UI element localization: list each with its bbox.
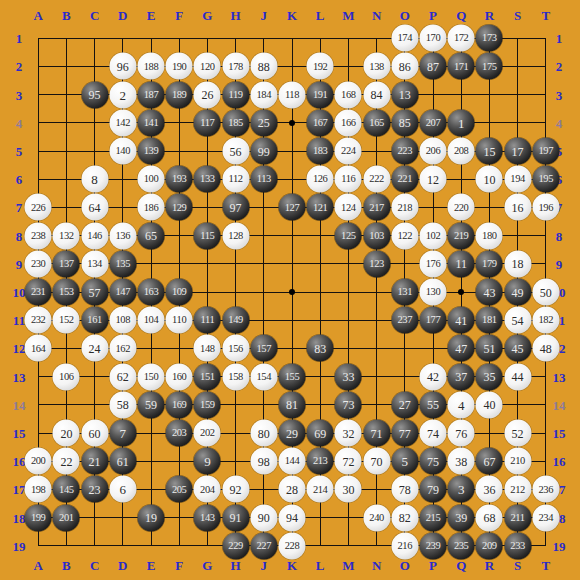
go-stone-black[interactable]: 229: [222, 532, 249, 559]
go-stone-white[interactable]: 40: [476, 391, 503, 418]
go-stone-white[interactable]: 42: [420, 363, 447, 390]
go-stone-white[interactable]: 18: [504, 250, 531, 277]
go-stone-white[interactable]: 54: [504, 307, 531, 334]
go-stone-black[interactable]: 47: [448, 335, 475, 362]
go-stone-black[interactable]: 95: [81, 81, 108, 108]
column-label-bottom: H: [231, 559, 241, 572]
go-stone-white[interactable]: 56: [222, 138, 249, 165]
go-stone-black[interactable]: 215: [420, 504, 447, 531]
go-stone-black[interactable]: 109: [166, 279, 193, 306]
stone-move-number: 186: [144, 202, 159, 213]
go-stone-black[interactable]: 43: [476, 279, 503, 306]
go-stone-white[interactable]: 70: [363, 448, 390, 475]
go-stone-black[interactable]: 173: [476, 25, 503, 52]
go-stone-white[interactable]: 102: [420, 222, 447, 249]
go-stone-black[interactable]: 155: [279, 363, 306, 390]
stone-move-number: 65: [145, 230, 157, 242]
go-stone-black[interactable]: 17: [504, 138, 531, 165]
stone-move-number: 172: [454, 33, 469, 44]
go-stone-white[interactable]: 172: [448, 25, 475, 52]
stone-move-number: 210: [510, 456, 525, 467]
go-stone-white[interactable]: 230: [25, 250, 52, 277]
go-stone-black[interactable]: 221: [391, 166, 418, 193]
go-stone-black[interactable]: 79: [420, 476, 447, 503]
column-label-top: P: [429, 9, 437, 22]
go-stone-white[interactable]: 226: [25, 194, 52, 221]
go-stone-black[interactable]: 179: [476, 250, 503, 277]
go-stone-white[interactable]: 218: [391, 194, 418, 221]
go-stone-white[interactable]: 160: [166, 363, 193, 390]
go-stone-white[interactable]: 234: [532, 504, 559, 531]
go-stone-black[interactable]: 169: [166, 391, 193, 418]
go-stone-white[interactable]: 28: [279, 476, 306, 503]
go-stone-black[interactable]: 157: [250, 335, 277, 362]
go-stone-white[interactable]: 220: [448, 194, 475, 221]
row-label-left: 4: [16, 116, 23, 129]
go-stone-black[interactable]: 19: [138, 504, 165, 531]
column-label-bottom: C: [90, 559, 99, 572]
go-stone-white[interactable]: 82: [391, 504, 418, 531]
go-stone-white[interactable]: 140: [109, 138, 136, 165]
go-stone-black[interactable]: 133: [194, 166, 221, 193]
go-stone-white[interactable]: 190: [166, 53, 193, 80]
go-stone-black[interactable]: 165: [363, 109, 390, 136]
go-stone-black[interactable]: 219: [448, 222, 475, 249]
go-stone-black[interactable]: 91: [222, 504, 249, 531]
stone-move-number: 116: [341, 174, 355, 185]
stone-move-number: 228: [285, 541, 300, 552]
go-stone-white[interactable]: 238: [25, 222, 52, 249]
go-stone-black[interactable]: 199: [25, 504, 52, 531]
go-stone-black[interactable]: 7: [109, 420, 136, 447]
go-stone-black[interactable]: 97: [222, 194, 249, 221]
go-stone-black[interactable]: 183: [307, 138, 334, 165]
row-label-right: 13: [553, 370, 566, 383]
go-stone-black[interactable]: 13: [391, 81, 418, 108]
go-stone-white[interactable]: 164: [25, 335, 52, 362]
stone-move-number: 137: [59, 259, 74, 270]
stone-move-number: 227: [257, 541, 272, 552]
go-stone-black[interactable]: 59: [138, 391, 165, 418]
stone-move-number: 106: [59, 371, 74, 382]
go-stone-white[interactable]: 224: [335, 138, 362, 165]
go-stone-white[interactable]: 8: [81, 166, 108, 193]
stone-move-number: 32: [342, 427, 354, 439]
go-stone-black[interactable]: 41: [448, 307, 475, 334]
go-stone-white[interactable]: 156: [222, 335, 249, 362]
go-stone-white[interactable]: 146: [81, 222, 108, 249]
go-stone-white[interactable]: 150: [138, 363, 165, 390]
go-stone-white[interactable]: 174: [391, 25, 418, 52]
go-stone-black[interactable]: 171: [448, 53, 475, 80]
row-label-left: 10: [13, 286, 26, 299]
column-label-bottom: K: [287, 559, 297, 572]
go-stone-black[interactable]: 111: [194, 307, 221, 334]
go-stone-white[interactable]: 106: [53, 363, 80, 390]
row-label-left: 13: [13, 370, 26, 383]
go-stone-white[interactable]: 152: [53, 307, 80, 334]
stone-move-number: 4: [458, 398, 465, 411]
go-stone-black[interactable]: 139: [138, 138, 165, 165]
go-stone-black[interactable]: 11: [448, 250, 475, 277]
star-point: [289, 289, 295, 295]
go-stone-white[interactable]: 90: [250, 504, 277, 531]
go-stone-white[interactable]: 112: [222, 166, 249, 193]
go-stone-white[interactable]: 212: [504, 476, 531, 503]
go-stone-black[interactable]: 81: [279, 391, 306, 418]
go-stone-white[interactable]: 136: [109, 222, 136, 249]
go-stone-white[interactable]: 108: [109, 307, 136, 334]
go-stone-white[interactable]: 154: [250, 363, 277, 390]
go-stone-black[interactable]: 149: [222, 307, 249, 334]
go-stone-white[interactable]: 158: [222, 363, 249, 390]
go-stone-black[interactable]: 29: [279, 420, 306, 447]
go-stone-black[interactable]: 35: [476, 363, 503, 390]
go-stone-white[interactable]: 204: [194, 476, 221, 503]
go-stone-white[interactable]: 84: [363, 81, 390, 108]
go-stone-white[interactable]: 88: [250, 53, 277, 80]
go-stone-white[interactable]: 78: [391, 476, 418, 503]
stone-move-number: 52: [512, 427, 524, 439]
stone-move-number: 144: [285, 456, 300, 467]
stone-move-number: 133: [200, 174, 215, 185]
go-stone-black[interactable]: 23: [81, 476, 108, 503]
go-stone-black[interactable]: 21: [81, 448, 108, 475]
go-stone-black[interactable]: 239: [420, 532, 447, 559]
go-stone-white[interactable]: 86: [391, 53, 418, 80]
go-stone-black[interactable]: 141: [138, 109, 165, 136]
go-stone-black[interactable]: 3: [448, 476, 475, 503]
go-stone-white[interactable]: 214: [307, 476, 334, 503]
go-stone-black[interactable]: 223: [391, 138, 418, 165]
go-stone-white[interactable]: 22: [53, 448, 80, 475]
stone-move-number: 55: [427, 399, 439, 411]
go-stone-white[interactable]: 72: [335, 448, 362, 475]
stone-move-number: 128: [228, 230, 243, 241]
go-stone-black[interactable]: 99: [250, 138, 277, 165]
go-stone-white[interactable]: 176: [420, 250, 447, 277]
stone-move-number: 83: [314, 342, 326, 354]
stone-move-number: 192: [313, 61, 328, 72]
go-stone-black[interactable]: 75: [420, 448, 447, 475]
go-stone-black[interactable]: 175: [476, 53, 503, 80]
go-stone-black[interactable]: 5: [391, 448, 418, 475]
go-stone-black[interactable]: 1: [448, 109, 475, 136]
go-stone-black[interactable]: 217: [363, 194, 390, 221]
go-stone-white[interactable]: 170: [420, 25, 447, 52]
go-stone-black[interactable]: 115: [194, 222, 221, 249]
go-stone-black[interactable]: 39: [448, 504, 475, 531]
go-stone-black[interactable]: 193: [166, 166, 193, 193]
go-stone-black[interactable]: 103: [363, 222, 390, 249]
row-label-left: 18: [13, 511, 26, 524]
go-stone-white[interactable]: 200: [25, 448, 52, 475]
go-stone-white[interactable]: 240: [363, 504, 390, 531]
go-stone-white[interactable]: 2: [109, 81, 136, 108]
go-stone-black[interactable]: 201: [53, 504, 80, 531]
go-stone-white[interactable]: 148: [194, 335, 221, 362]
go-stone-black[interactable]: 69: [307, 420, 334, 447]
stone-move-number: 141: [144, 118, 159, 129]
go-stone-white[interactable]: 184: [250, 81, 277, 108]
go-stone-white[interactable]: 202: [194, 420, 221, 447]
go-stone-black[interactable]: 145: [53, 476, 80, 503]
go-stone-white[interactable]: 178: [222, 53, 249, 80]
go-stone-black[interactable]: 77: [391, 420, 418, 447]
stone-move-number: 200: [31, 456, 46, 467]
go-stone-black[interactable]: 167: [307, 109, 334, 136]
go-stone-white[interactable]: 110: [166, 307, 193, 334]
column-label-top: T: [541, 9, 550, 22]
go-stone-black[interactable]: 153: [53, 279, 80, 306]
go-stone-white[interactable]: 92: [222, 476, 249, 503]
column-label-top: M: [342, 9, 354, 22]
go-stone-white[interactable]: 120: [194, 53, 221, 80]
stone-move-number: 208: [454, 146, 469, 157]
go-stone-black[interactable]: 125: [335, 222, 362, 249]
stone-move-number: 41: [455, 314, 467, 326]
go-stone-white[interactable]: 100: [138, 166, 165, 193]
stone-move-number: 142: [116, 118, 131, 129]
go-stone-black[interactable]: 61: [109, 448, 136, 475]
go-stone-black[interactable]: 37: [448, 363, 475, 390]
go-stone-white[interactable]: 118: [279, 81, 306, 108]
go-stone-white[interactable]: 32: [335, 420, 362, 447]
go-stone-black[interactable]: 45: [504, 335, 531, 362]
go-stone-white[interactable]: 26: [194, 81, 221, 108]
go-stone-white[interactable]: 74: [420, 420, 447, 447]
go-stone-black[interactable]: 65: [138, 222, 165, 249]
go-stone-white[interactable]: 4: [448, 391, 475, 418]
go-stone-white[interactable]: 58: [109, 391, 136, 418]
go-stone-white[interactable]: 76: [448, 420, 475, 447]
go-stone-white[interactable]: 62: [109, 363, 136, 390]
stone-move-number: 169: [172, 400, 187, 411]
go-stone-black[interactable]: 113: [250, 166, 277, 193]
go-stone-white[interactable]: 104: [138, 307, 165, 334]
go-stone-white[interactable]: 142: [109, 109, 136, 136]
stone-move-number: 64: [89, 201, 101, 213]
go-stone-black[interactable]: 203: [166, 420, 193, 447]
go-stone-white[interactable]: 188: [138, 53, 165, 80]
go-stone-black[interactable]: 25: [250, 109, 277, 136]
stone-move-number: 212: [510, 484, 525, 495]
go-stone-black[interactable]: 211: [504, 504, 531, 531]
go-stone-white[interactable]: 180: [476, 222, 503, 249]
stone-move-number: 115: [200, 230, 214, 241]
go-stone-white[interactable]: 216: [391, 532, 418, 559]
row-label-left: 12: [13, 342, 26, 355]
go-stone-white[interactable]: 68: [476, 504, 503, 531]
go-stone-white[interactable]: 208: [448, 138, 475, 165]
go-stone-white[interactable]: 98: [250, 448, 277, 475]
column-label-bottom: E: [147, 559, 156, 572]
go-stone-black[interactable]: 185: [222, 109, 249, 136]
stone-move-number: 85: [399, 117, 411, 129]
go-stone-white[interactable]: 30: [335, 476, 362, 503]
go-stone-black[interactable]: 71: [363, 420, 390, 447]
go-stone-black[interactable]: 233: [504, 532, 531, 559]
go-stone-black[interactable]: 197: [532, 138, 559, 165]
go-stone-white[interactable]: 122: [391, 222, 418, 249]
row-label-right: 2: [556, 60, 563, 73]
stone-move-number: 134: [87, 259, 102, 270]
go-stone-black[interactable]: 87: [420, 53, 447, 80]
go-stone-black[interactable]: 181: [476, 307, 503, 334]
go-stone-black[interactable]: 117: [194, 109, 221, 136]
stone-move-number: 56: [230, 145, 242, 157]
go-board[interactable]: AA11BB22CC33DD44EE55FF66GG77HH88JJ99KK10…: [0, 0, 580, 580]
go-stone-black[interactable]: 227: [250, 532, 277, 559]
go-stone-black[interactable]: 131: [391, 279, 418, 306]
go-stone-black[interactable]: 49: [504, 279, 531, 306]
go-stone-white[interactable]: 210: [504, 448, 531, 475]
go-stone-black[interactable]: 213: [307, 448, 334, 475]
go-stone-black[interactable]: 143: [194, 504, 221, 531]
go-stone-white[interactable]: 128: [222, 222, 249, 249]
column-label-bottom: A: [33, 559, 42, 572]
go-stone-white[interactable]: 80: [250, 420, 277, 447]
go-stone-black[interactable]: 85: [391, 109, 418, 136]
row-label-right: 1: [556, 32, 563, 45]
stone-move-number: 151: [200, 371, 215, 382]
go-stone-black[interactable]: 27: [391, 391, 418, 418]
go-stone-black[interactable]: 15: [476, 138, 503, 165]
stone-move-number: 129: [172, 202, 187, 213]
go-stone-white[interactable]: 38: [448, 448, 475, 475]
go-stone-white[interactable]: 36: [476, 476, 503, 503]
go-stone-black[interactable]: 9: [194, 448, 221, 475]
go-stone-white[interactable]: 48: [532, 335, 559, 362]
stone-move-number: 104: [144, 315, 159, 326]
go-stone-black[interactable]: 55: [420, 391, 447, 418]
column-label-top: G: [202, 9, 212, 22]
go-stone-black[interactable]: 73: [335, 391, 362, 418]
go-stone-white[interactable]: 192: [307, 53, 334, 80]
go-stone-black[interactable]: 189: [166, 81, 193, 108]
go-stone-black[interactable]: 161: [81, 307, 108, 334]
go-stone-white[interactable]: 134: [81, 250, 108, 277]
stone-move-number: 149: [228, 315, 243, 326]
go-stone-white[interactable]: 50: [532, 279, 559, 306]
go-stone-black[interactable]: 237: [391, 307, 418, 334]
go-stone-black[interactable]: 127: [279, 194, 306, 221]
stone-move-number: 68: [483, 512, 495, 524]
go-stone-white[interactable]: 194: [504, 166, 531, 193]
go-stone-black[interactable]: 33: [335, 363, 362, 390]
stone-move-number: 154: [257, 371, 272, 382]
go-stone-black[interactable]: 187: [138, 81, 165, 108]
stone-move-number: 181: [482, 315, 497, 326]
go-stone-black[interactable]: 151: [194, 363, 221, 390]
go-stone-white[interactable]: 162: [109, 335, 136, 362]
go-stone-white[interactable]: 96: [109, 53, 136, 80]
go-stone-white[interactable]: 44: [504, 363, 531, 390]
column-label-bottom: F: [175, 559, 183, 572]
go-stone-white[interactable]: 228: [279, 532, 306, 559]
go-stone-white[interactable]: 20: [53, 420, 80, 447]
star-point: [458, 289, 464, 295]
go-stone-white[interactable]: 232: [25, 307, 52, 334]
stone-move-number: 59: [145, 399, 157, 411]
go-stone-white[interactable]: 138: [363, 53, 390, 80]
go-stone-black[interactable]: 235: [448, 532, 475, 559]
go-stone-black[interactable]: 83: [307, 335, 334, 362]
go-stone-black[interactable]: 119: [222, 81, 249, 108]
stone-move-number: 205: [172, 484, 187, 495]
stone-move-number: 195: [539, 174, 554, 185]
go-stone-white[interactable]: 198: [25, 476, 52, 503]
go-stone-black[interactable]: 135: [109, 250, 136, 277]
stone-move-number: 177: [426, 315, 441, 326]
go-stone-white[interactable]: 206: [420, 138, 447, 165]
go-stone-white[interactable]: 60: [81, 420, 108, 447]
go-stone-black[interactable]: 195: [532, 166, 559, 193]
go-stone-black[interactable]: 147: [109, 279, 136, 306]
go-stone-white[interactable]: 94: [279, 504, 306, 531]
go-stone-white[interactable]: 116: [335, 166, 362, 193]
go-stone-white[interactable]: 168: [335, 81, 362, 108]
go-stone-black[interactable]: 207: [420, 109, 447, 136]
stone-move-number: 78: [399, 483, 411, 495]
go-stone-white[interactable]: 144: [279, 448, 306, 475]
stone-move-number: 240: [369, 512, 384, 523]
go-stone-white[interactable]: 124: [335, 194, 362, 221]
column-label-bottom: D: [118, 559, 127, 572]
go-stone-black[interactable]: 191: [307, 81, 334, 108]
go-stone-white[interactable]: 132: [53, 222, 80, 249]
go-stone-white[interactable]: 24: [81, 335, 108, 362]
go-stone-white[interactable]: 16: [504, 194, 531, 221]
go-stone-black[interactable]: 129: [166, 194, 193, 221]
go-stone-black[interactable]: 137: [53, 250, 80, 277]
stone-move-number: 239: [426, 541, 441, 552]
go-stone-white[interactable]: 10: [476, 166, 503, 193]
row-label-left: 15: [13, 427, 26, 440]
go-stone-black[interactable]: 51: [476, 335, 503, 362]
column-label-bottom: G: [202, 559, 212, 572]
go-stone-white[interactable]: 222: [363, 166, 390, 193]
go-stone-black[interactable]: 231: [25, 279, 52, 306]
go-stone-white[interactable]: 182: [532, 307, 559, 334]
stone-move-number: 162: [116, 343, 131, 354]
go-stone-black[interactable]: 177: [420, 307, 447, 334]
go-stone-white[interactable]: 130: [420, 279, 447, 306]
go-stone-white[interactable]: 126: [307, 166, 334, 193]
go-stone-white[interactable]: 186: [138, 194, 165, 221]
go-stone-white[interactable]: 6: [109, 476, 136, 503]
go-stone-black[interactable]: 163: [138, 279, 165, 306]
go-stone-black[interactable]: 209: [476, 532, 503, 559]
go-stone-black[interactable]: 121: [307, 194, 334, 221]
go-stone-black[interactable]: 123: [363, 250, 390, 277]
column-label-bottom: P: [429, 559, 437, 572]
stone-move-number: 102: [426, 230, 441, 241]
stone-move-number: 147: [116, 287, 131, 298]
stone-move-number: 156: [228, 343, 243, 354]
go-stone-black[interactable]: 159: [194, 391, 221, 418]
stone-move-number: 19: [145, 512, 157, 524]
go-stone-white[interactable]: 64: [81, 194, 108, 221]
go-stone-black[interactable]: 205: [166, 476, 193, 503]
go-stone-white[interactable]: 166: [335, 109, 362, 136]
go-stone-black[interactable]: 57: [81, 279, 108, 306]
go-stone-black[interactable]: 67: [476, 448, 503, 475]
go-stone-white[interactable]: 12: [420, 166, 447, 193]
go-stone-white[interactable]: 196: [532, 194, 559, 221]
go-stone-white[interactable]: 236: [532, 476, 559, 503]
go-stone-white[interactable]: 52: [504, 420, 531, 447]
